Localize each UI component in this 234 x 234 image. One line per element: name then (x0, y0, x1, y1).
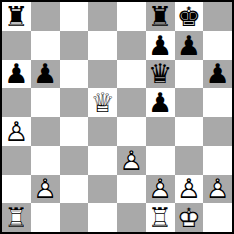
square-h4[interactable] (203, 117, 232, 146)
square-a4[interactable]: ♟♙ (2, 117, 31, 146)
square-f8[interactable]: ♜ (146, 2, 175, 31)
square-c8[interactable] (60, 2, 89, 31)
square-c6[interactable] (60, 60, 89, 89)
square-f5[interactable]: ♟ (146, 88, 175, 117)
white-pawn-glyph: ♙ (146, 175, 175, 204)
black-pawn-glyph: ♟ (31, 60, 60, 89)
square-h2[interactable]: ♟♙ (203, 175, 232, 204)
square-d3[interactable] (88, 146, 117, 175)
piece-white-king[interactable]: ♚♔ (175, 203, 204, 232)
black-pawn-glyph: ♟ (203, 60, 232, 89)
square-d4[interactable] (88, 117, 117, 146)
square-a5[interactable] (2, 88, 31, 117)
piece-black-rook[interactable]: ♜ (146, 2, 175, 31)
square-c7[interactable] (60, 31, 89, 60)
square-d1[interactable] (88, 203, 117, 232)
white-queen-glyph: ♕ (88, 88, 117, 117)
black-pawn-glyph: ♟ (146, 31, 175, 60)
square-e8[interactable] (117, 2, 146, 31)
square-h6[interactable]: ♟ (203, 60, 232, 89)
square-f7[interactable]: ♟ (146, 31, 175, 60)
square-a7[interactable] (2, 31, 31, 60)
piece-white-pawn[interactable]: ♟♙ (203, 175, 232, 204)
square-h1[interactable] (203, 203, 232, 232)
square-c5[interactable] (60, 88, 89, 117)
square-b3[interactable] (31, 146, 60, 175)
square-f2[interactable]: ♟♙ (146, 175, 175, 204)
square-d8[interactable] (88, 2, 117, 31)
square-e3[interactable]: ♟♙ (117, 146, 146, 175)
square-b4[interactable] (31, 117, 60, 146)
square-f3[interactable] (146, 146, 175, 175)
chess-board: ♜♜♚♟♟♟♟♛♟♛♕♟♟♙♟♙♟♙♟♙♟♙♟♙♜♖♜♖♚♔ (0, 0, 234, 234)
board-grid: ♜♜♚♟♟♟♟♛♟♛♕♟♟♙♟♙♟♙♟♙♟♙♟♙♜♖♜♖♚♔ (2, 2, 232, 232)
square-h7[interactable] (203, 31, 232, 60)
piece-white-queen[interactable]: ♛♕ (88, 88, 117, 117)
piece-black-pawn[interactable]: ♟ (146, 88, 175, 117)
square-d6[interactable] (88, 60, 117, 89)
square-e1[interactable] (117, 203, 146, 232)
square-b6[interactable]: ♟ (31, 60, 60, 89)
black-pawn-glyph: ♟ (146, 88, 175, 117)
black-rook-glyph: ♜ (2, 2, 31, 31)
square-e5[interactable] (117, 88, 146, 117)
square-g8[interactable]: ♚ (175, 2, 204, 31)
square-a8[interactable]: ♜ (2, 2, 31, 31)
white-pawn-glyph: ♙ (2, 117, 31, 146)
square-g4[interactable] (175, 117, 204, 146)
black-king-glyph: ♚ (175, 2, 204, 31)
white-king-glyph: ♔ (175, 203, 204, 232)
square-b8[interactable] (31, 2, 60, 31)
piece-white-rook[interactable]: ♜♖ (2, 203, 31, 232)
square-g1[interactable]: ♚♔ (175, 203, 204, 232)
white-pawn-glyph: ♙ (175, 175, 204, 204)
piece-black-pawn[interactable]: ♟ (146, 31, 175, 60)
black-pawn-glyph: ♟ (175, 31, 204, 60)
piece-white-pawn[interactable]: ♟♙ (146, 175, 175, 204)
piece-black-pawn[interactable]: ♟ (203, 60, 232, 89)
white-rook-glyph: ♖ (146, 203, 175, 232)
piece-white-pawn[interactable]: ♟♙ (2, 117, 31, 146)
white-pawn-glyph: ♙ (117, 146, 146, 175)
piece-white-rook[interactable]: ♜♖ (146, 203, 175, 232)
square-b7[interactable] (31, 31, 60, 60)
square-a3[interactable] (2, 146, 31, 175)
square-d2[interactable] (88, 175, 117, 204)
piece-black-queen[interactable]: ♛ (146, 60, 175, 89)
square-c4[interactable] (60, 117, 89, 146)
white-rook-glyph: ♖ (2, 203, 31, 232)
square-a6[interactable]: ♟ (2, 60, 31, 89)
square-e4[interactable] (117, 117, 146, 146)
white-pawn-glyph: ♙ (31, 175, 60, 204)
piece-black-pawn[interactable]: ♟ (175, 31, 204, 60)
square-g2[interactable]: ♟♙ (175, 175, 204, 204)
piece-black-king[interactable]: ♚ (175, 2, 204, 31)
square-d5[interactable]: ♛♕ (88, 88, 117, 117)
square-b1[interactable] (31, 203, 60, 232)
black-queen-glyph: ♛ (146, 60, 175, 89)
square-c3[interactable] (60, 146, 89, 175)
square-g5[interactable] (175, 88, 204, 117)
white-pawn-glyph: ♙ (203, 175, 232, 204)
piece-white-pawn[interactable]: ♟♙ (175, 175, 204, 204)
square-b2[interactable]: ♟♙ (31, 175, 60, 204)
square-a1[interactable]: ♜♖ (2, 203, 31, 232)
piece-white-pawn[interactable]: ♟♙ (31, 175, 60, 204)
square-e7[interactable] (117, 31, 146, 60)
square-g3[interactable] (175, 146, 204, 175)
square-c1[interactable] (60, 203, 89, 232)
black-pawn-glyph: ♟ (2, 60, 31, 89)
square-e2[interactable] (117, 175, 146, 204)
square-e6[interactable] (117, 60, 146, 89)
square-f1[interactable]: ♜♖ (146, 203, 175, 232)
black-rook-glyph: ♜ (146, 2, 175, 31)
piece-white-pawn[interactable]: ♟♙ (117, 146, 146, 175)
square-h8[interactable] (203, 2, 232, 31)
piece-black-rook[interactable]: ♜ (2, 2, 31, 31)
square-h3[interactable] (203, 146, 232, 175)
square-g7[interactable]: ♟ (175, 31, 204, 60)
square-h5[interactable] (203, 88, 232, 117)
square-c2[interactable] (60, 175, 89, 204)
square-b5[interactable] (31, 88, 60, 117)
square-f6[interactable]: ♛ (146, 60, 175, 89)
square-a2[interactable] (2, 175, 31, 204)
square-d7[interactable] (88, 31, 117, 60)
piece-black-pawn[interactable]: ♟ (31, 60, 60, 89)
square-f4[interactable] (146, 117, 175, 146)
piece-black-pawn[interactable]: ♟ (2, 60, 31, 89)
square-g6[interactable] (175, 60, 204, 89)
